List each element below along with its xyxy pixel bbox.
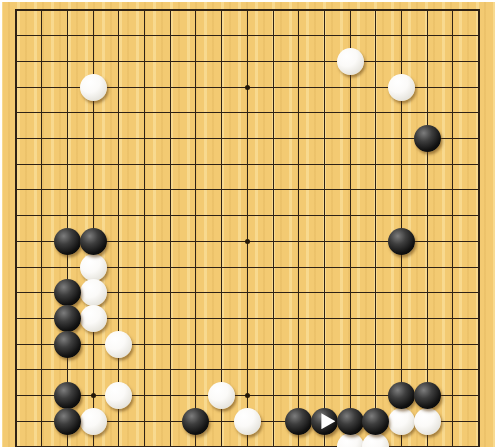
star-point <box>91 393 96 398</box>
black-stone[interactable] <box>362 408 389 435</box>
black-stone[interactable] <box>414 125 441 152</box>
white-stone[interactable] <box>337 48 364 75</box>
white-stone[interactable] <box>208 382 235 409</box>
grid-line-vertical <box>478 9 480 447</box>
black-stone[interactable] <box>414 382 441 409</box>
white-stone[interactable] <box>105 331 132 358</box>
black-stone[interactable] <box>54 279 81 306</box>
black-stone[interactable] <box>182 408 209 435</box>
black-stone[interactable] <box>285 408 312 435</box>
black-stone[interactable] <box>54 305 81 332</box>
window-edge-left <box>0 0 2 447</box>
black-stone[interactable] <box>337 408 364 435</box>
grid-line-horizontal <box>15 344 480 345</box>
grid-line-vertical <box>41 9 42 447</box>
white-stone[interactable] <box>414 408 441 435</box>
black-stone[interactable] <box>54 331 81 358</box>
black-stone[interactable] <box>54 408 81 435</box>
white-stone[interactable] <box>80 74 107 101</box>
black-stone[interactable] <box>54 228 81 255</box>
go-board-screen <box>0 0 495 447</box>
black-stone[interactable] <box>388 382 415 409</box>
white-stone[interactable] <box>362 433 389 447</box>
grid-line-vertical <box>324 9 325 447</box>
star-point <box>245 85 250 90</box>
grid-line-horizontal <box>15 369 480 370</box>
white-stone[interactable] <box>388 408 415 435</box>
white-stone[interactable] <box>80 305 107 332</box>
grid-line-vertical <box>170 9 171 447</box>
grid-line-vertical <box>273 9 274 447</box>
white-stone[interactable] <box>105 382 132 409</box>
white-stone[interactable] <box>80 279 107 306</box>
white-stone[interactable] <box>337 433 364 447</box>
grid-line-vertical <box>452 9 453 447</box>
window-edge-top <box>0 0 495 2</box>
grid-line-vertical <box>375 9 376 447</box>
black-stone[interactable] <box>54 382 81 409</box>
star-point <box>245 239 250 244</box>
grid-line-vertical <box>247 9 248 447</box>
white-stone[interactable] <box>234 408 261 435</box>
white-stone[interactable] <box>388 74 415 101</box>
white-stone[interactable] <box>80 408 107 435</box>
grid-line-vertical <box>144 9 145 447</box>
star-point <box>245 393 250 398</box>
grid-line-vertical <box>298 9 299 447</box>
grid-line-vertical <box>195 9 196 447</box>
black-stone[interactable] <box>388 228 415 255</box>
white-stone[interactable] <box>80 254 107 281</box>
black-stone[interactable] <box>80 228 107 255</box>
grid-line-vertical <box>15 9 17 447</box>
